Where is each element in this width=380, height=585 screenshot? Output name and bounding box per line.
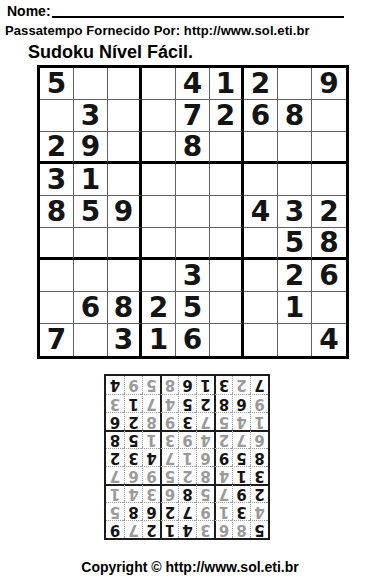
puzzle-cell-r3c2: 9	[74, 132, 108, 164]
puzzle-cell-r5c5	[176, 196, 210, 228]
puzzle-cell-r6c1	[40, 228, 74, 260]
solution-cell-r7c7: 8	[142, 412, 160, 430]
solution-cell-r5c5: 1	[178, 448, 196, 466]
puzzle-cell-r1c9: 9	[312, 68, 346, 100]
puzzle-cell-r2c3	[108, 100, 142, 132]
solution-cell-r8c4: 2	[196, 394, 214, 412]
puzzle-cell-r8c1	[40, 292, 74, 324]
solution-cell-r3c7: 3	[142, 484, 160, 502]
puzzle-cell-r1c3	[108, 68, 142, 100]
solution-cell-r9c4: 1	[196, 376, 214, 394]
puzzle-cell-r4c7	[244, 164, 278, 196]
puzzle-cell-r7c5: 3	[176, 260, 210, 292]
solution-cell-r5c6: 7	[160, 448, 178, 466]
solution-cell-r4c9: 7	[106, 466, 124, 484]
solution-cell-r9c6: 8	[160, 376, 178, 394]
puzzle-cell-r5c7: 4	[244, 196, 278, 228]
solution-cell-r3c3: 7	[214, 484, 232, 502]
solution-cell-r8c7: 7	[142, 394, 160, 412]
solution-cell-r7c8: 2	[124, 412, 142, 430]
solution-cell-r6c3: 2	[214, 430, 232, 448]
solution-cell-r5c4: 6	[196, 448, 214, 466]
puzzle-cell-r7c3	[108, 260, 142, 292]
puzzle-cell-r6c4	[142, 228, 176, 260]
puzzle-cell-r1c4	[142, 68, 176, 100]
puzzle-cell-r9c5: 6	[176, 324, 210, 356]
solution-cell-r5c7: 4	[142, 448, 160, 466]
puzzle-cell-r5c4	[142, 196, 176, 228]
solution-cell-r9c3: 3	[214, 376, 232, 394]
solution-cell-r5c1: 8	[250, 448, 268, 466]
solution-cell-r4c1: 3	[250, 466, 268, 484]
page-title: Sudoku Nível Fácil.	[28, 42, 193, 63]
solution-cell-r2c8: 8	[124, 502, 142, 520]
puzzle-cell-r4c2: 1	[74, 164, 108, 196]
solution-cell-r5c9: 2	[106, 448, 124, 466]
puzzle-cell-r3c9	[312, 132, 346, 164]
puzzle-cell-r2c9	[312, 100, 346, 132]
puzzle-cell-r4c1: 3	[40, 164, 74, 196]
puzzle-cell-r5c6	[210, 196, 244, 228]
puzzle-cell-r9c4: 1	[142, 324, 176, 356]
puzzle-cell-r8c5: 5	[176, 292, 210, 324]
puzzle-cell-r4c8	[278, 164, 312, 196]
solution-cell-r1c9: 9	[106, 520, 124, 538]
puzzle-cell-r6c7	[244, 228, 278, 260]
solution-cell-r4c3: 4	[214, 466, 232, 484]
solution-cell-r6c6: 3	[160, 430, 178, 448]
puzzle-cell-r5c8: 3	[278, 196, 312, 228]
puzzle-cell-r6c2	[74, 228, 108, 260]
copyright-text: Copyright © http://www.sol.eti.br	[0, 559, 380, 575]
solution-cell-r1c1: 5	[250, 520, 268, 538]
solution-cell-r8c2: 6	[232, 394, 250, 412]
solution-cell-r2c2: 3	[232, 502, 250, 520]
puzzle-cell-r3c7	[244, 132, 278, 164]
solution-cell-r4c6: 5	[160, 466, 178, 484]
puzzle-cell-r3c8	[278, 132, 312, 164]
solution-cell-r8c1: 9	[250, 394, 268, 412]
solution-cell-r1c3: 6	[214, 520, 232, 538]
puzzle-cell-r2c1	[40, 100, 74, 132]
puzzle-cell-r6c3	[108, 228, 142, 260]
solution-cell-r6c1: 6	[250, 430, 268, 448]
puzzle-cell-r8c9	[312, 292, 346, 324]
solution-cell-r9c5: 6	[178, 376, 196, 394]
puzzle-cell-r5c9: 2	[312, 196, 346, 228]
puzzle-cell-r8c7	[244, 292, 278, 324]
puzzle-cell-r5c1: 8	[40, 196, 74, 228]
solution-cell-r4c4: 8	[196, 466, 214, 484]
solution-cell-r1c8: 7	[124, 520, 142, 538]
puzzle-cell-r8c8: 1	[278, 292, 312, 324]
puzzle-cell-r1c5: 4	[176, 68, 210, 100]
puzzle-cell-r9c8	[278, 324, 312, 356]
solution-cell-r2c3: 1	[214, 502, 232, 520]
solution-cell-r9c1: 7	[250, 376, 268, 394]
solution-cell-r9c2: 2	[232, 376, 250, 394]
puzzle-cell-r8c3: 8	[108, 292, 142, 324]
solution-cell-r8c8: 1	[124, 394, 142, 412]
puzzle-cell-r5c3: 9	[108, 196, 142, 228]
puzzle-cell-r9c3: 3	[108, 324, 142, 356]
solution-cell-r5c8: 3	[124, 448, 142, 466]
puzzle-cell-r8c2: 6	[74, 292, 108, 324]
puzzle-cell-r2c7: 6	[244, 100, 278, 132]
puzzle-cell-r9c6	[210, 324, 244, 356]
puzzle-cell-r1c1: 5	[40, 68, 74, 100]
puzzle-cell-r7c2	[74, 260, 108, 292]
puzzle-cell-r3c1: 2	[40, 132, 74, 164]
puzzle-cell-r7c8: 2	[278, 260, 312, 292]
solution-cell-r8c9: 3	[106, 394, 124, 412]
puzzle-cell-r3c3	[108, 132, 142, 164]
solution-cell-r3c6: 6	[160, 484, 178, 502]
puzzle-cell-r9c9: 4	[312, 324, 346, 356]
puzzle-cell-r8c4: 2	[142, 292, 176, 324]
solution-cell-r2c5: 7	[178, 502, 196, 520]
solution-cell-r7c1: 1	[250, 412, 268, 430]
solution-cell-r1c4: 3	[196, 520, 214, 538]
solution-cell-r9c8: 9	[124, 376, 142, 394]
puzzle-cell-r9c1: 7	[40, 324, 74, 356]
solution-cell-r6c4: 4	[196, 430, 214, 448]
puzzle-cell-r4c9	[312, 164, 346, 196]
solution-cell-r7c4: 7	[196, 412, 214, 430]
solution-grid: 5863412794319726852975863413148259678596…	[104, 374, 270, 540]
puzzle-cell-r2c4	[142, 100, 176, 132]
solution-cell-r1c7: 2	[142, 520, 160, 538]
puzzle-cell-r4c5	[176, 164, 210, 196]
solution-cell-r1c2: 8	[232, 520, 250, 538]
puzzle-cell-r3c6	[210, 132, 244, 164]
solution-cell-r9c9: 4	[106, 376, 124, 394]
puzzle-cell-r9c7	[244, 324, 278, 356]
solution-cell-r2c4: 9	[196, 502, 214, 520]
solution-cell-r4c7: 9	[142, 466, 160, 484]
solution-cell-r2c9: 5	[106, 502, 124, 520]
puzzle-cell-r1c6: 1	[210, 68, 244, 100]
name-label: Nome:	[7, 4, 51, 19]
solution-cell-r7c5: 3	[178, 412, 196, 430]
solution-cell-r1c6: 1	[160, 520, 178, 538]
puzzle-cell-r7c9: 6	[312, 260, 346, 292]
solution-cell-r2c7: 6	[142, 502, 160, 520]
puzzle-cell-r3c4	[142, 132, 176, 164]
puzzle-cell-r4c3	[108, 164, 142, 196]
puzzle-cell-r3c5: 8	[176, 132, 210, 164]
solution-cell-r4c2: 1	[232, 466, 250, 484]
solution-cell-r6c2: 7	[232, 430, 250, 448]
puzzle-cell-r7c4	[142, 260, 176, 292]
solution-cell-r1c5: 4	[178, 520, 196, 538]
solution-cell-r7c6: 9	[160, 412, 178, 430]
puzzle-cell-r6c8: 5	[278, 228, 312, 260]
name-underline	[52, 4, 344, 18]
solution-cell-r6c5: 9	[178, 430, 196, 448]
solution-cell-r8c5: 5	[178, 394, 196, 412]
solution-cell-r3c1: 2	[250, 484, 268, 502]
puzzle-cell-r2c8: 8	[278, 100, 312, 132]
solution-cell-r2c6: 2	[160, 502, 178, 520]
solution-cell-r3c9: 1	[106, 484, 124, 502]
puzzle-cell-r7c6	[210, 260, 244, 292]
puzzle-cell-r4c6	[210, 164, 244, 196]
solution-cell-r3c5: 8	[178, 484, 196, 502]
solution-cell-r3c2: 9	[232, 484, 250, 502]
puzzle-cell-r6c6	[210, 228, 244, 260]
puzzle-cell-r8c6	[210, 292, 244, 324]
solution-cell-r5c3: 9	[214, 448, 232, 466]
name-row: Nome:	[7, 4, 344, 19]
solution-cell-r8c6: 4	[160, 394, 178, 412]
solution-cell-r9c7: 5	[142, 376, 160, 394]
puzzle-cell-r1c7: 2	[244, 68, 278, 100]
solution-cell-r6c8: 5	[124, 430, 142, 448]
puzzle-cell-r5c2: 5	[74, 196, 108, 228]
puzzle-cell-r2c6: 2	[210, 100, 244, 132]
puzzle-cell-r7c1	[40, 260, 74, 292]
puzzle-cell-r6c5	[176, 228, 210, 260]
solution-cell-r4c5: 2	[178, 466, 196, 484]
solution-cell-r2c1: 4	[250, 502, 268, 520]
provider-text: Passatempo Fornecido Por: http://www.sol…	[5, 23, 310, 38]
puzzle-cell-r6c9: 8	[312, 228, 346, 260]
puzzle-cell-r7c7	[244, 260, 278, 292]
puzzle-grid: 541293726829831859432583266825173164	[37, 65, 349, 359]
solution-cell-r7c2: 4	[232, 412, 250, 430]
puzzle-cell-r4c4	[142, 164, 176, 196]
puzzle-cell-r2c2: 3	[74, 100, 108, 132]
solution-cell-r5c2: 5	[232, 448, 250, 466]
puzzle-cell-r9c2	[74, 324, 108, 356]
solution-cell-r4c8: 6	[124, 466, 142, 484]
solution-cell-r7c9: 6	[106, 412, 124, 430]
solution-cell-r8c3: 8	[214, 394, 232, 412]
puzzle-cell-r1c2	[74, 68, 108, 100]
puzzle-cell-r2c5: 7	[176, 100, 210, 132]
solution-cell-r3c4: 5	[196, 484, 214, 502]
solution-cell-r7c3: 5	[214, 412, 232, 430]
solution-cell-r3c8: 4	[124, 484, 142, 502]
puzzle-cell-r1c8	[278, 68, 312, 100]
solution-cell-r6c9: 8	[106, 430, 124, 448]
sudoku-worksheet-page: Nome: Passatempo Fornecido Por: http://w…	[0, 0, 380, 585]
solution-cell-r6c7: 1	[142, 430, 160, 448]
